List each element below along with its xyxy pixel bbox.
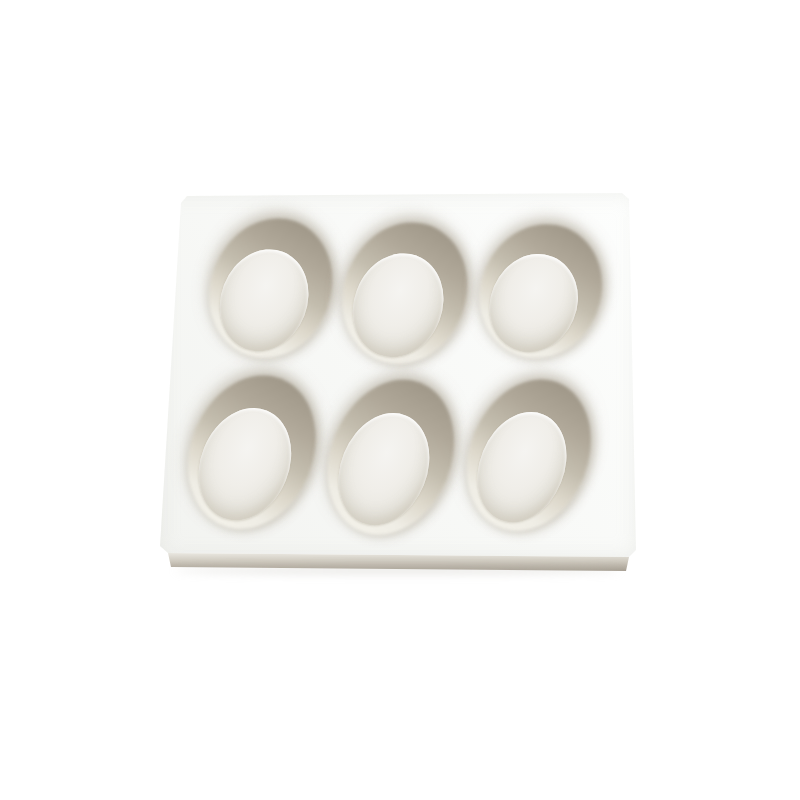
mold-cavity (322, 204, 488, 382)
mold-cavity (305, 360, 476, 553)
cavity-layer (0, 0, 800, 800)
mold-cavity (190, 200, 353, 376)
mold-cavity (166, 356, 338, 548)
product-photo-scene (0, 0, 800, 800)
mold-cavity (445, 361, 613, 550)
mold-cavity (459, 205, 623, 377)
